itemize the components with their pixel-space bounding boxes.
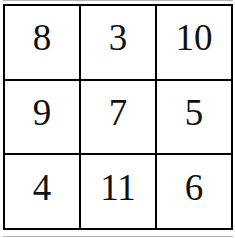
grid-cell-r0c2: 10 xyxy=(157,6,231,79)
grid-cell-r2c1: 11 xyxy=(81,155,155,228)
crop-artifact-line-bottom xyxy=(3,236,233,237)
crop-artifact-line-top xyxy=(3,0,233,1)
grid-cell-r2c2: 6 xyxy=(157,155,231,228)
grid-cell-r1c0: 9 xyxy=(5,81,79,154)
grid-cell-r1c2: 5 xyxy=(157,81,231,154)
grid-cell-r0c1: 3 xyxy=(81,6,155,79)
grid-cell-r0c0: 8 xyxy=(5,6,79,79)
number-grid: 8 3 10 9 7 5 4 11 6 xyxy=(3,4,233,230)
grid-cell-r2c0: 4 xyxy=(5,155,79,228)
grid-cell-r1c1: 7 xyxy=(81,81,155,154)
puzzle-diagram: 8 3 10 9 7 5 4 11 6 xyxy=(0,0,235,238)
